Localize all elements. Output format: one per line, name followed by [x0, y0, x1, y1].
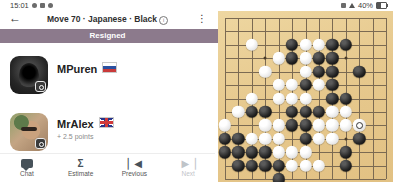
black-stone [353, 65, 365, 77]
black-stone [286, 52, 298, 64]
battery-percent: 40% [358, 1, 373, 10]
result-banner-text: Resigned [0, 29, 215, 43]
black-stone [219, 133, 231, 145]
grid-line-h [225, 179, 387, 180]
sunglasses-photo [21, 127, 37, 131]
skip-next-icon: ▶▕ [161, 157, 215, 170]
white-stone [219, 119, 231, 131]
white-stone [326, 119, 338, 131]
black-stone [272, 173, 284, 182]
white-stone [313, 119, 325, 131]
menu-button[interactable]: ⋮ [197, 13, 207, 24]
black-stone [299, 79, 311, 91]
white-stone [245, 92, 257, 104]
black-stone [259, 106, 271, 118]
white-stone [299, 92, 311, 104]
white-stone [259, 133, 271, 145]
white-stone [313, 38, 325, 50]
black-stone [232, 146, 244, 158]
black-stone [219, 146, 231, 158]
grid-line-v [359, 18, 360, 180]
tab-chat[interactable]: Chat [0, 154, 54, 182]
black-stone [340, 160, 352, 172]
white-stone [340, 119, 352, 131]
white-stone [272, 133, 284, 145]
white-stone [299, 65, 311, 77]
black-stone [232, 133, 244, 145]
flag-gb-icon [99, 117, 114, 128]
white-stone [232, 106, 244, 118]
notification-icon [40, 3, 45, 8]
white-stone [326, 106, 338, 118]
white-stone [286, 79, 298, 91]
hoshi-point [264, 57, 267, 60]
white-stone [340, 106, 352, 118]
black-stone [313, 65, 325, 77]
black-stone [326, 65, 338, 77]
black-stone [245, 146, 257, 158]
black-stone [232, 160, 244, 172]
sigma-icon: Σ [54, 157, 108, 170]
white-stone [286, 160, 298, 172]
black-stone [272, 160, 284, 172]
tab-previous[interactable]: ▏◀ Previous [108, 154, 162, 182]
black-stone [353, 133, 365, 145]
black-stone [313, 52, 325, 64]
black-stone [286, 119, 298, 131]
hoshi-point [344, 137, 347, 140]
header: ← Move 70 · Japanese · Blacki ⋮ [0, 11, 215, 28]
location-icon [32, 3, 37, 8]
white-stone [353, 119, 365, 131]
app-screen: 15:01 40% ← Move 70 · Japanese · Blacki … [0, 0, 393, 182]
black-stone [259, 146, 271, 158]
black-stone [286, 106, 298, 118]
last-move-marker [356, 122, 364, 130]
go-board[interactable] [218, 11, 393, 182]
black-stone [245, 106, 257, 118]
clock: 15:01 [10, 1, 29, 10]
black-stone [259, 160, 271, 172]
white-stone [259, 65, 271, 77]
camera-badge-icon [35, 81, 46, 92]
white-stone [259, 119, 271, 131]
black-stone [286, 38, 298, 50]
tab-estimate[interactable]: Σ Estimate [54, 154, 108, 182]
black-stone [326, 38, 338, 50]
white-stone [313, 79, 325, 91]
score-estimate: + 2.5 points [57, 133, 93, 140]
flag-ru-icon [102, 62, 117, 73]
white-stone [245, 133, 257, 145]
white-stone [299, 38, 311, 50]
status-bar: 15:01 40% [0, 0, 393, 11]
black-stone [245, 160, 257, 172]
info-icon[interactable]: i [159, 16, 168, 25]
mute-icon [341, 3, 346, 8]
white-stone [272, 79, 284, 91]
white-stone [272, 119, 284, 131]
camera-badge-icon [35, 138, 46, 149]
white-stone [272, 92, 284, 104]
avatar[interactable] [10, 56, 48, 94]
page-title: Move 70 · Japanese · Blacki [0, 14, 215, 25]
black-stone [340, 38, 352, 50]
black-stone [326, 79, 338, 91]
black-stone [299, 106, 311, 118]
signal-icon [349, 3, 355, 8]
black-stone [326, 52, 338, 64]
chat-bubble-icon [21, 159, 33, 168]
white-stone [299, 160, 311, 172]
black-stone [340, 92, 352, 104]
avatar[interactable] [10, 113, 48, 151]
white-stone [272, 146, 284, 158]
app-notification-icon [48, 3, 53, 8]
white-stone [286, 92, 298, 104]
white-stone [313, 133, 325, 145]
white-stone [299, 146, 311, 158]
hoshi-point [344, 57, 347, 60]
black-stone [340, 146, 352, 158]
skip-previous-icon: ▏◀ [108, 157, 162, 170]
black-stone [313, 106, 325, 118]
white-stone [272, 52, 284, 64]
grid-line-v [373, 18, 374, 180]
player-name: MPuren [57, 63, 97, 75]
black-stone [299, 119, 311, 131]
black-stone [326, 92, 338, 104]
white-stone [245, 38, 257, 50]
player-name: MrAlex [57, 118, 94, 130]
grid-line-v [386, 18, 387, 180]
white-stone [286, 146, 298, 158]
bottom-tab-bar: Chat Σ Estimate ▏◀ Previous ▶▕ Next [0, 153, 215, 182]
battery-icon [376, 2, 387, 9]
white-stone [326, 133, 338, 145]
black-stone [299, 133, 311, 145]
white-stone [313, 160, 325, 172]
white-stone [299, 52, 311, 64]
tab-next[interactable]: ▶▕ Next [161, 154, 215, 182]
